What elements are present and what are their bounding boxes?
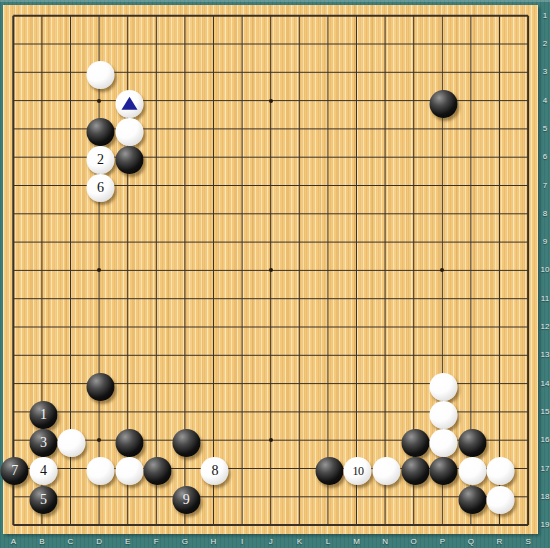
col-label-J: J bbox=[269, 538, 273, 546]
goban[interactable]: 26137481059 bbox=[3, 5, 538, 534]
stone-white-D3[interactable] bbox=[87, 61, 115, 89]
stone-white-P16[interactable] bbox=[430, 429, 458, 457]
col-label-K: K bbox=[297, 538, 302, 546]
stone-black-L17[interactable] bbox=[315, 457, 343, 485]
col-label-N: N bbox=[382, 538, 388, 546]
stone-black-D5[interactable] bbox=[87, 118, 115, 146]
stone-black-D14[interactable] bbox=[87, 373, 115, 401]
row-label-10: 10 bbox=[541, 266, 550, 274]
stone-white-E4[interactable] bbox=[115, 90, 143, 118]
row-label-17: 17 bbox=[541, 465, 550, 473]
stone-white-Q17[interactable] bbox=[458, 457, 486, 485]
move-number-label: 4 bbox=[29, 457, 57, 485]
row-label-4: 4 bbox=[543, 97, 547, 105]
stone-black-E6[interactable] bbox=[115, 146, 143, 174]
stone-black-P4[interactable] bbox=[430, 90, 458, 118]
triangle-marker bbox=[121, 96, 137, 109]
stone-black-G16[interactable] bbox=[172, 429, 200, 457]
row-label-9: 9 bbox=[543, 238, 547, 246]
stone-black-E16[interactable] bbox=[115, 429, 143, 457]
col-label-G: G bbox=[182, 538, 188, 546]
col-label-L: L bbox=[326, 538, 330, 546]
row-label-19: 19 bbox=[541, 521, 550, 529]
go-board-app: 26137481059 ABCDEFGHIJKLMNOPQRS 12345678… bbox=[0, 0, 550, 548]
row-label-11: 11 bbox=[541, 295, 549, 303]
stone-white-H17[interactable]: 8 bbox=[201, 457, 229, 485]
move-number-label: 9 bbox=[172, 486, 200, 514]
stone-white-P15[interactable] bbox=[430, 401, 458, 429]
row-label-8: 8 bbox=[543, 210, 547, 218]
move-number-label: 8 bbox=[201, 457, 229, 485]
row-label-15: 15 bbox=[541, 408, 550, 416]
row-label-12: 12 bbox=[541, 323, 550, 331]
move-number-label: 6 bbox=[87, 174, 115, 202]
col-label-F: F bbox=[154, 538, 159, 546]
col-label-O: O bbox=[411, 538, 417, 546]
stone-black-B18[interactable]: 5 bbox=[29, 486, 57, 514]
row-label-3: 3 bbox=[543, 68, 547, 76]
col-label-A: A bbox=[11, 538, 16, 546]
stone-white-B17[interactable]: 4 bbox=[29, 457, 57, 485]
stone-white-D6[interactable]: 2 bbox=[87, 146, 115, 174]
col-label-D: D bbox=[96, 538, 102, 546]
stone-white-E17[interactable] bbox=[115, 457, 143, 485]
stone-white-P14[interactable] bbox=[430, 373, 458, 401]
stones-grid: 26137481059 bbox=[2, 7, 545, 545]
stone-black-B15[interactable]: 1 bbox=[29, 401, 57, 429]
stone-white-D17[interactable] bbox=[87, 457, 115, 485]
row-label-13: 13 bbox=[541, 351, 550, 359]
move-number-label: 3 bbox=[29, 429, 57, 457]
stone-black-A17[interactable]: 7 bbox=[1, 457, 29, 485]
stone-white-R17[interactable] bbox=[487, 457, 515, 485]
row-label-7: 7 bbox=[543, 182, 547, 190]
move-number-label: 7 bbox=[1, 457, 29, 485]
row-label-1: 1 bbox=[543, 12, 547, 20]
row-label-14: 14 bbox=[541, 380, 550, 388]
stone-black-G18[interactable]: 9 bbox=[172, 486, 200, 514]
stone-black-Q18[interactable] bbox=[458, 486, 486, 514]
col-label-C: C bbox=[68, 538, 74, 546]
row-label-2: 2 bbox=[543, 40, 547, 48]
col-label-H: H bbox=[211, 538, 217, 546]
stone-black-O17[interactable] bbox=[401, 457, 429, 485]
row-label-6: 6 bbox=[543, 153, 547, 161]
stone-white-M17[interactable]: 10 bbox=[344, 457, 372, 485]
move-number-label: 5 bbox=[29, 486, 57, 514]
col-label-S: S bbox=[525, 538, 530, 546]
stone-black-O16[interactable] bbox=[401, 429, 429, 457]
col-label-E: E bbox=[125, 538, 130, 546]
stone-white-R18[interactable] bbox=[487, 486, 515, 514]
col-label-Q: Q bbox=[468, 538, 474, 546]
row-label-18: 18 bbox=[541, 493, 550, 501]
row-label-16: 16 bbox=[541, 436, 550, 444]
col-label-M: M bbox=[353, 538, 360, 546]
col-label-B: B bbox=[39, 538, 44, 546]
col-label-R: R bbox=[497, 538, 503, 546]
stone-black-F17[interactable] bbox=[144, 457, 172, 485]
stone-white-D7[interactable]: 6 bbox=[87, 174, 115, 202]
row-label-5: 5 bbox=[543, 125, 547, 133]
stone-white-C16[interactable] bbox=[58, 429, 86, 457]
stone-black-B16[interactable]: 3 bbox=[29, 429, 57, 457]
stone-white-E5[interactable] bbox=[115, 118, 143, 146]
stone-white-N17[interactable] bbox=[373, 457, 401, 485]
col-label-I: I bbox=[241, 538, 243, 546]
col-label-P: P bbox=[440, 538, 445, 546]
stone-black-Q16[interactable] bbox=[458, 429, 486, 457]
move-number-label: 10 bbox=[344, 457, 372, 485]
move-number-label: 1 bbox=[29, 401, 57, 429]
stone-black-P17[interactable] bbox=[430, 457, 458, 485]
move-number-label: 2 bbox=[87, 146, 115, 174]
